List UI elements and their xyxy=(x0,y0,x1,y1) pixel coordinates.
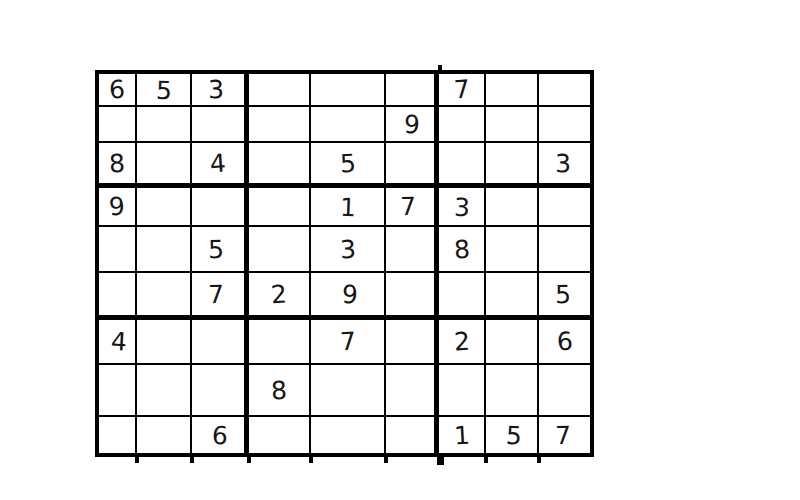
sudoku-cell-r2c1[interactable] xyxy=(99,107,137,143)
sudoku-board: 65379845391735387295472686157 xyxy=(95,70,594,457)
sudoku-cell-r2c3[interactable] xyxy=(192,107,249,143)
sudoku-cell-r4c3[interactable] xyxy=(192,188,249,227)
sudoku-cell-r1c8[interactable] xyxy=(486,74,539,107)
sudoku-cell-r3c7[interactable] xyxy=(439,143,486,188)
given-digit: 5 xyxy=(208,236,224,261)
sudoku-cell-r9c6[interactable] xyxy=(386,417,439,453)
given-digit: 6 xyxy=(108,77,125,103)
given-digit: 2 xyxy=(270,281,288,307)
sudoku-cell-r9c2[interactable] xyxy=(137,417,192,453)
sudoku-cell-r8c3[interactable] xyxy=(192,365,249,417)
sudoku-cell-r9c3[interactable]: 6 xyxy=(192,417,249,453)
line-overhang-tick xyxy=(190,456,194,463)
line-overhang-tick xyxy=(484,456,488,463)
sudoku-cell-r7c6[interactable] xyxy=(386,320,439,365)
line-overhang-tick xyxy=(437,456,444,465)
sudoku-cell-r5c8[interactable] xyxy=(486,227,539,273)
paint-canvas: { "game": "sudoku", "board_size": { "row… xyxy=(0,0,800,500)
sudoku-cell-r9c7[interactable]: 1 xyxy=(439,417,486,453)
sudoku-cell-r7c5[interactable]: 7 xyxy=(311,320,386,365)
sudoku-cell-r4c8[interactable] xyxy=(486,188,539,227)
sudoku-cell-r5c4[interactable] xyxy=(249,227,311,273)
given-digit: 9 xyxy=(403,111,420,137)
sudoku-cell-r7c2[interactable] xyxy=(137,320,192,365)
sudoku-cell-r9c1[interactable] xyxy=(99,417,137,453)
sudoku-cell-r4c2[interactable] xyxy=(137,188,192,227)
given-digit: 4 xyxy=(209,150,227,176)
sudoku-cell-r2c4[interactable] xyxy=(249,107,311,143)
sudoku-cell-r8c6[interactable] xyxy=(386,365,439,417)
sudoku-cell-r7c4[interactable] xyxy=(249,320,311,365)
sudoku-cell-r8c8[interactable] xyxy=(486,365,539,417)
sudoku-cell-r5c7[interactable]: 8 xyxy=(439,227,486,273)
sudoku-cell-r6c1[interactable] xyxy=(99,273,137,320)
line-overhang-tick xyxy=(438,65,442,71)
sudoku-cell-r6c6[interactable] xyxy=(386,273,439,320)
sudoku-cell-r8c1[interactable] xyxy=(99,365,137,417)
sudoku-cell-r2c6[interactable]: 9 xyxy=(386,107,439,143)
sudoku-cell-r6c4[interactable]: 2 xyxy=(249,273,311,320)
given-digit: 4 xyxy=(110,329,127,355)
sudoku-cell-r6c2[interactable] xyxy=(137,273,192,320)
sudoku-cell-r7c9[interactable]: 6 xyxy=(539,320,590,365)
sudoku-cell-r7c7[interactable]: 2 xyxy=(439,320,486,365)
sudoku-cell-r4c6[interactable]: 7 xyxy=(386,188,439,227)
sudoku-cell-r9c4[interactable] xyxy=(249,417,311,453)
sudoku-cell-r4c9[interactable] xyxy=(539,188,590,227)
sudoku-cell-r8c9[interactable] xyxy=(539,365,590,417)
given-digit: 3 xyxy=(208,77,224,102)
given-digit: 3 xyxy=(453,195,470,221)
sudoku-cell-r9c5[interactable] xyxy=(311,417,386,453)
sudoku-cell-r1c1[interactable]: 6 xyxy=(99,74,137,107)
sudoku-cell-r2c9[interactable] xyxy=(539,107,590,143)
given-digit: 3 xyxy=(554,150,570,175)
sudoku-cell-r2c2[interactable] xyxy=(137,107,192,143)
given-digit: 5 xyxy=(505,422,522,448)
given-digit: 7 xyxy=(453,76,471,102)
sudoku-cell-r6c7[interactable] xyxy=(439,273,486,320)
line-overhang-tick xyxy=(135,456,139,463)
sudoku-cell-r3c5[interactable]: 5 xyxy=(311,143,386,188)
sudoku-cell-r6c8[interactable] xyxy=(486,273,539,320)
sudoku-cell-r3c2[interactable] xyxy=(137,143,192,188)
sudoku-cell-r5c2[interactable] xyxy=(137,227,192,273)
sudoku-cell-r4c5[interactable]: 1 xyxy=(311,188,386,227)
sudoku-cell-r4c4[interactable] xyxy=(249,188,311,227)
sudoku-cell-r5c1[interactable] xyxy=(99,227,137,273)
sudoku-cell-r5c9[interactable] xyxy=(539,227,590,273)
given-digit: 5 xyxy=(554,281,570,306)
sudoku-cell-r8c7[interactable] xyxy=(439,365,486,417)
sudoku-cell-r2c8[interactable] xyxy=(486,107,539,143)
line-overhang-tick xyxy=(309,456,313,463)
given-digit: 7 xyxy=(554,422,570,447)
sudoku-cell-r8c4[interactable]: 8 xyxy=(249,365,311,417)
sudoku-cell-r1c9[interactable] xyxy=(539,74,590,107)
sudoku-cell-r9c8[interactable]: 5 xyxy=(486,417,539,453)
given-digit: 6 xyxy=(211,422,228,448)
given-digit: 1 xyxy=(339,195,356,221)
sudoku-cell-r1c7[interactable]: 7 xyxy=(439,74,486,107)
given-digit: 1 xyxy=(453,422,470,448)
sudoku-cell-r5c5[interactable]: 3 xyxy=(311,227,386,273)
given-digit: 9 xyxy=(108,193,126,219)
sudoku-cell-r5c6[interactable] xyxy=(386,227,439,273)
sudoku-cell-r6c3[interactable]: 7 xyxy=(192,273,249,320)
sudoku-cell-r3c8[interactable] xyxy=(486,143,539,188)
line-overhang-tick xyxy=(537,456,541,463)
sudoku-cell-r1c3[interactable]: 3 xyxy=(192,74,249,107)
given-digit: 8 xyxy=(270,377,287,403)
sudoku-cell-r7c1[interactable]: 4 xyxy=(99,320,137,365)
sudoku-cell-r3c1[interactable]: 8 xyxy=(99,143,137,188)
given-digit: 9 xyxy=(341,281,358,307)
sudoku-cell-r3c3[interactable]: 4 xyxy=(192,143,249,188)
sudoku-cell-r1c2[interactable]: 5 xyxy=(137,74,192,107)
given-digit: 5 xyxy=(155,78,172,104)
sudoku-cell-r7c8[interactable] xyxy=(486,320,539,365)
sudoku-cell-r6c9[interactable]: 5 xyxy=(539,273,590,320)
given-digit: 8 xyxy=(108,150,125,176)
sudoku-cell-r1c5[interactable] xyxy=(311,74,386,107)
line-overhang-tick xyxy=(247,456,251,463)
given-digit: 8 xyxy=(453,236,470,262)
given-digit: 2 xyxy=(453,329,470,355)
sudoku-cell-r6c5[interactable]: 9 xyxy=(311,273,386,320)
sudoku-cell-r8c2[interactable] xyxy=(137,365,192,417)
given-digit: 7 xyxy=(400,194,416,219)
sudoku-cell-r5c3[interactable]: 5 xyxy=(192,227,249,273)
sudoku-cell-r3c9[interactable]: 3 xyxy=(539,143,590,188)
given-digit: 3 xyxy=(339,236,356,262)
given-digit: 7 xyxy=(339,329,356,355)
sudoku-cell-r7c3[interactable] xyxy=(192,320,249,365)
given-digit: 7 xyxy=(208,281,224,306)
line-overhang-tick xyxy=(384,456,388,463)
sudoku-cell-r2c7[interactable] xyxy=(439,107,486,143)
sudoku-cell-r3c6[interactable] xyxy=(386,143,439,188)
sudoku-cell-r3c4[interactable] xyxy=(249,143,311,188)
sudoku-cell-r8c5[interactable] xyxy=(311,365,386,417)
sudoku-cell-r4c7[interactable]: 3 xyxy=(439,188,486,227)
sudoku-cell-r1c4[interactable] xyxy=(249,74,311,107)
sudoku-cell-r4c1[interactable]: 9 xyxy=(99,188,137,227)
given-digit: 6 xyxy=(556,328,574,354)
given-digit: 5 xyxy=(339,150,356,176)
sudoku-cell-r2c5[interactable] xyxy=(311,107,386,143)
sudoku-cell-r9c9[interactable]: 7 xyxy=(539,417,590,453)
sudoku-cell-r1c6[interactable] xyxy=(386,74,439,107)
